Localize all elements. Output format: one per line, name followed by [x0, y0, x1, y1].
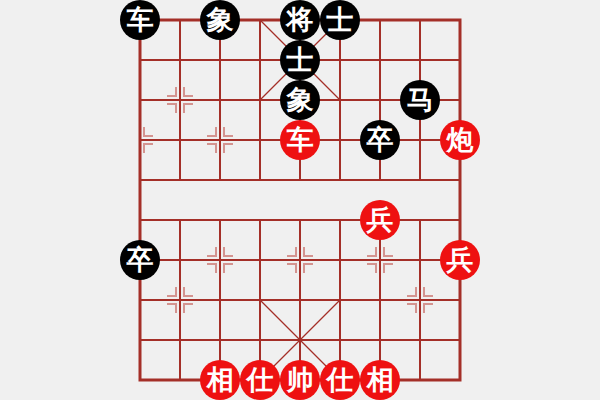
black-advisor[interactable]: 士 [280, 40, 320, 80]
black-soldier[interactable]: 卒 [360, 120, 400, 160]
red-king[interactable]: 帅 [280, 360, 320, 400]
black-general[interactable]: 将 [280, 0, 320, 40]
red-advisor[interactable]: 仕 [240, 360, 280, 400]
black-advisor[interactable]: 士 [320, 0, 360, 40]
black-elephant[interactable]: 象 [280, 80, 320, 120]
red-elephant[interactable]: 相 [360, 360, 400, 400]
red-soldier[interactable]: 兵 [360, 200, 400, 240]
red-cannon[interactable]: 炮 [440, 120, 480, 160]
red-advisor[interactable]: 仕 [320, 360, 360, 400]
black-horse[interactable]: 马 [400, 80, 440, 120]
red-chariot[interactable]: 车 [280, 120, 320, 160]
xiangqi-app-canvas: 车象将士士象马卒卒车炮兵兵相仕帅仕相 [0, 0, 600, 400]
black-chariot[interactable]: 车 [120, 0, 160, 40]
xiangqi-board[interactable]: 车象将士士象马卒卒车炮兵兵相仕帅仕相 [120, 0, 480, 400]
black-soldier[interactable]: 卒 [120, 240, 160, 280]
red-elephant[interactable]: 相 [200, 360, 240, 400]
black-elephant[interactable]: 象 [200, 0, 240, 40]
red-soldier[interactable]: 兵 [440, 240, 480, 280]
